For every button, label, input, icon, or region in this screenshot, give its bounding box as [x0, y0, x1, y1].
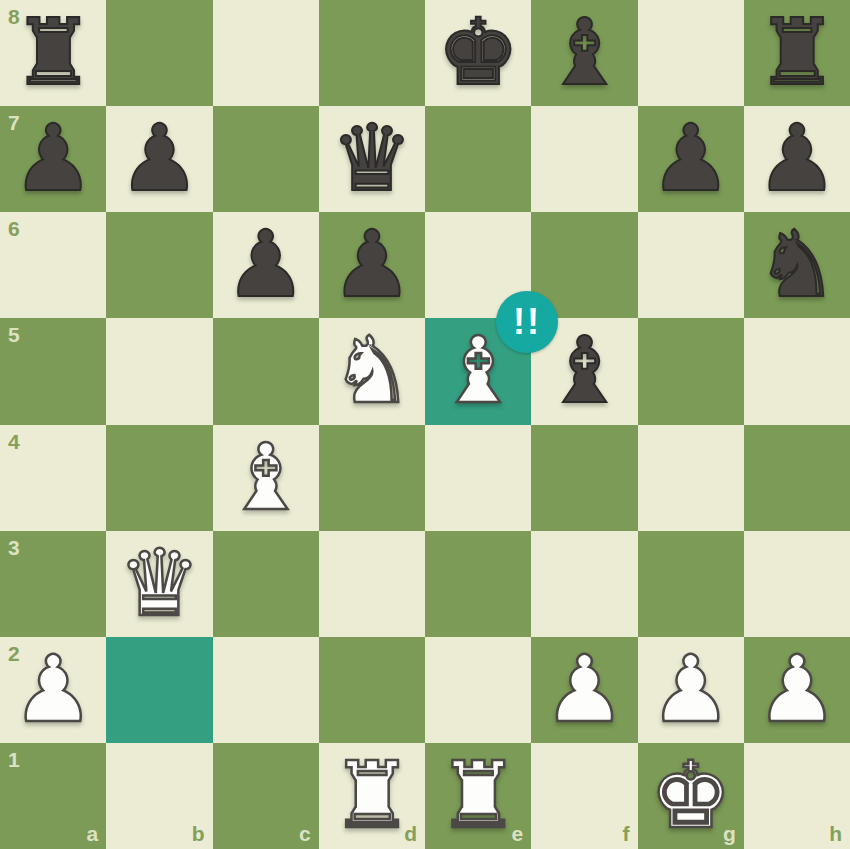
square-g7[interactable]: ♟ — [638, 106, 744, 212]
piece-white-rook-e1[interactable]: ♜ — [425, 743, 531, 849]
square-e8[interactable]: ♚ — [425, 0, 531, 106]
file-label-f: f — [623, 823, 630, 844]
square-e4[interactable] — [425, 425, 531, 531]
square-f2[interactable]: ♟ — [531, 637, 637, 743]
piece-black-bishop-f5[interactable]: ♝ — [531, 318, 637, 424]
piece-black-pawn-d6[interactable]: ♟ — [319, 212, 425, 318]
piece-white-pawn-f2[interactable]: ♟ — [531, 637, 637, 743]
square-h5[interactable] — [744, 318, 850, 424]
piece-white-queen-b3[interactable]: ♛ — [106, 531, 212, 637]
square-b1[interactable]: b — [106, 743, 212, 849]
square-c8[interactable] — [213, 0, 319, 106]
square-d4[interactable] — [319, 425, 425, 531]
square-b2[interactable] — [106, 637, 212, 743]
square-f4[interactable] — [531, 425, 637, 531]
square-e6[interactable] — [425, 212, 531, 318]
square-g5[interactable] — [638, 318, 744, 424]
square-d1[interactable]: d♜ — [319, 743, 425, 849]
square-h7[interactable]: ♟ — [744, 106, 850, 212]
chess-board: 8♜♚♝♜7♟♟♛♟♟6♟♟♞5♞♝♝4♝3♛2♟♟♟♟1abcd♜e♜fg♚h… — [0, 0, 850, 849]
rank-label-3: 3 — [8, 537, 20, 558]
square-b4[interactable] — [106, 425, 212, 531]
square-g3[interactable] — [638, 531, 744, 637]
square-h6[interactable]: ♞ — [744, 212, 850, 318]
square-a2[interactable]: 2♟ — [0, 637, 106, 743]
square-f3[interactable] — [531, 531, 637, 637]
piece-black-king-e8[interactable]: ♚ — [425, 0, 531, 106]
piece-white-pawn-h2[interactable]: ♟ — [744, 637, 850, 743]
square-a8[interactable]: 8♜ — [0, 0, 106, 106]
square-b8[interactable] — [106, 0, 212, 106]
square-h8[interactable]: ♜ — [744, 0, 850, 106]
square-d2[interactable] — [319, 637, 425, 743]
square-h4[interactable] — [744, 425, 850, 531]
square-b3[interactable]: ♛ — [106, 531, 212, 637]
square-g4[interactable] — [638, 425, 744, 531]
rank-label-4: 4 — [8, 431, 20, 452]
square-c7[interactable] — [213, 106, 319, 212]
square-c4[interactable]: ♝ — [213, 425, 319, 531]
square-e3[interactable] — [425, 531, 531, 637]
square-a4[interactable]: 4 — [0, 425, 106, 531]
square-d3[interactable] — [319, 531, 425, 637]
square-g2[interactable]: ♟ — [638, 637, 744, 743]
piece-black-bishop-f8[interactable]: ♝ — [531, 0, 637, 106]
rank-label-1: 1 — [8, 749, 20, 770]
square-b6[interactable] — [106, 212, 212, 318]
square-f5[interactable]: ♝ — [531, 318, 637, 424]
square-e5[interactable]: ♝ — [425, 318, 531, 424]
square-a6[interactable]: 6 — [0, 212, 106, 318]
square-g6[interactable] — [638, 212, 744, 318]
square-e2[interactable] — [425, 637, 531, 743]
square-d6[interactable]: ♟ — [319, 212, 425, 318]
square-h2[interactable]: ♟ — [744, 637, 850, 743]
square-h3[interactable] — [744, 531, 850, 637]
square-c2[interactable] — [213, 637, 319, 743]
file-label-a: a — [87, 823, 99, 844]
piece-black-rook-h8[interactable]: ♜ — [744, 0, 850, 106]
rank-label-5: 5 — [8, 324, 20, 345]
piece-black-rook-a8[interactable]: ♜ — [0, 0, 106, 106]
piece-white-bishop-c4[interactable]: ♝ — [213, 425, 319, 531]
square-g1[interactable]: g♚ — [638, 743, 744, 849]
square-d8[interactable] — [319, 0, 425, 106]
square-c5[interactable] — [213, 318, 319, 424]
square-a1[interactable]: 1a — [0, 743, 106, 849]
square-f6[interactable] — [531, 212, 637, 318]
piece-black-pawn-g7[interactable]: ♟ — [638, 106, 744, 212]
rank-label-6: 6 — [8, 218, 20, 239]
piece-black-pawn-c6[interactable]: ♟ — [213, 212, 319, 318]
square-f7[interactable] — [531, 106, 637, 212]
piece-white-rook-d1[interactable]: ♜ — [319, 743, 425, 849]
square-c1[interactable]: c — [213, 743, 319, 849]
square-d5[interactable]: ♞ — [319, 318, 425, 424]
piece-white-king-g1[interactable]: ♚ — [638, 743, 744, 849]
piece-white-knight-d5[interactable]: ♞ — [319, 318, 425, 424]
square-c3[interactable] — [213, 531, 319, 637]
square-g8[interactable] — [638, 0, 744, 106]
file-label-h: h — [829, 823, 842, 844]
square-b7[interactable]: ♟ — [106, 106, 212, 212]
file-label-c: c — [299, 823, 311, 844]
square-a7[interactable]: 7♟ — [0, 106, 106, 212]
square-f1[interactable]: f — [531, 743, 637, 849]
piece-black-pawn-b7[interactable]: ♟ — [106, 106, 212, 212]
piece-black-pawn-h7[interactable]: ♟ — [744, 106, 850, 212]
square-c6[interactable]: ♟ — [213, 212, 319, 318]
square-a3[interactable]: 3 — [0, 531, 106, 637]
square-a5[interactable]: 5 — [0, 318, 106, 424]
square-h1[interactable]: h — [744, 743, 850, 849]
piece-white-pawn-g2[interactable]: ♟ — [638, 637, 744, 743]
square-b5[interactable] — [106, 318, 212, 424]
piece-black-queen-d7[interactable]: ♛ — [319, 106, 425, 212]
piece-white-bishop-e5[interactable]: ♝ — [425, 318, 531, 424]
file-label-b: b — [192, 823, 205, 844]
piece-black-knight-h6[interactable]: ♞ — [744, 212, 850, 318]
square-e1[interactable]: e♜ — [425, 743, 531, 849]
square-e7[interactable] — [425, 106, 531, 212]
square-f8[interactable]: ♝ — [531, 0, 637, 106]
piece-white-pawn-a2[interactable]: ♟ — [0, 637, 106, 743]
square-d7[interactable]: ♛ — [319, 106, 425, 212]
piece-black-pawn-a7[interactable]: ♟ — [0, 106, 106, 212]
